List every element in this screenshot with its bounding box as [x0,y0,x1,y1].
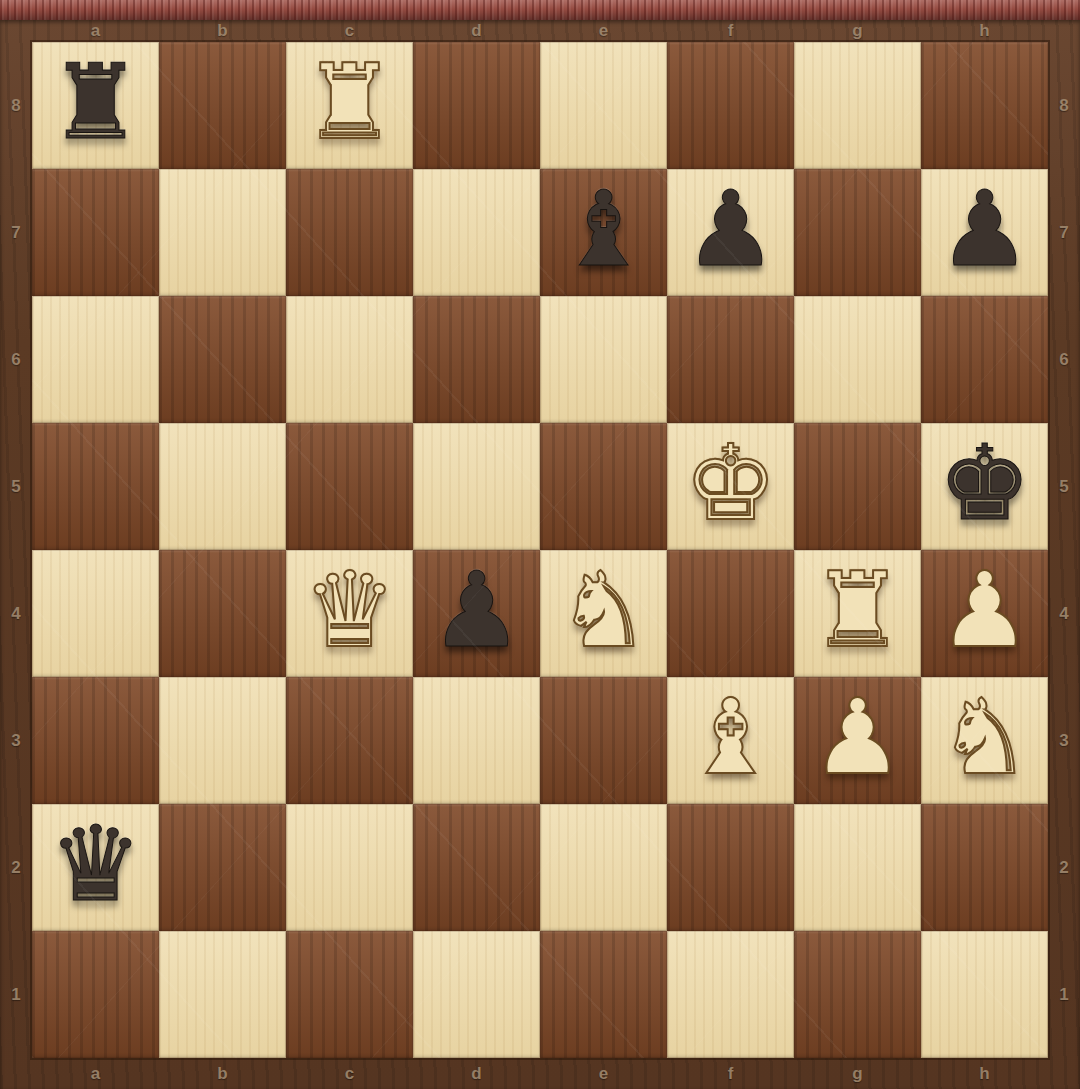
square-c1[interactable] [286,931,413,1058]
white-pawn-h4[interactable]: ♟ [938,558,1031,662]
file-label-b: b [159,20,286,42]
square-c8[interactable]: ♜ [286,42,413,169]
square-a4[interactable] [32,550,159,677]
file-labels-top: abcdefgh [32,20,1048,42]
square-h2[interactable] [921,804,1048,931]
square-h3[interactable]: ♞ [921,677,1048,804]
black-pawn-f7[interactable]: ♟ [684,177,777,281]
square-c4[interactable]: ♛ [286,550,413,677]
square-c7[interactable] [286,169,413,296]
white-rook-g4[interactable]: ♜ [811,558,904,662]
square-b6[interactable] [159,296,286,423]
file-label-h: h [921,20,1048,42]
square-b3[interactable] [159,677,286,804]
square-c6[interactable] [286,296,413,423]
square-d1[interactable] [413,931,540,1058]
square-e5[interactable] [540,423,667,550]
square-g6[interactable] [794,296,921,423]
file-label-c: c [286,1058,413,1089]
square-b2[interactable] [159,804,286,931]
square-g2[interactable] [794,804,921,931]
square-a7[interactable] [32,169,159,296]
square-b5[interactable] [159,423,286,550]
rank-label-3: 3 [0,677,32,804]
square-f7[interactable]: ♟ [667,169,794,296]
square-a6[interactable] [32,296,159,423]
file-label-f: f [667,20,794,42]
square-a3[interactable] [32,677,159,804]
square-g3[interactable]: ♟ [794,677,921,804]
file-label-g: g [794,1058,921,1089]
square-d6[interactable] [413,296,540,423]
file-label-e: e [540,20,667,42]
black-king-h5[interactable]: ♚ [938,431,1031,535]
file-label-g: g [794,20,921,42]
square-a1[interactable] [32,931,159,1058]
square-d2[interactable] [413,804,540,931]
board-squares: ♜♜♝♟♟♚♚♛♟♞♜♟♝♟♞♛ [32,42,1048,1058]
square-g4[interactable]: ♜ [794,550,921,677]
rank-label-2: 2 [0,804,32,931]
rank-label-4: 4 [0,550,32,677]
file-labels-bottom: abcdefgh [32,1058,1048,1089]
rank-label-5: 5 [1048,423,1080,550]
black-queen-a2[interactable]: ♛ [49,812,142,916]
square-e1[interactable] [540,931,667,1058]
square-c5[interactable] [286,423,413,550]
square-f3[interactable]: ♝ [667,677,794,804]
square-f4[interactable] [667,550,794,677]
file-label-h: h [921,1058,1048,1089]
square-f5[interactable]: ♚ [667,423,794,550]
white-pawn-g3[interactable]: ♟ [811,685,904,789]
square-e4[interactable]: ♞ [540,550,667,677]
file-label-f: f [667,1058,794,1089]
square-f2[interactable] [667,804,794,931]
square-b1[interactable] [159,931,286,1058]
white-knight-h3[interactable]: ♞ [938,685,1031,789]
file-label-c: c [286,20,413,42]
black-pawn-h7[interactable]: ♟ [938,177,1031,281]
fabric-top-strip [0,0,1080,20]
rank-label-7: 7 [1048,169,1080,296]
rank-label-1: 1 [0,931,32,1058]
rank-labels-left: 87654321 [0,42,32,1058]
rank-label-4: 4 [1048,550,1080,677]
square-b8[interactable] [159,42,286,169]
square-g7[interactable] [794,169,921,296]
white-bishop-f3[interactable]: ♝ [684,685,777,789]
square-h4[interactable]: ♟ [921,550,1048,677]
white-rook-c8[interactable]: ♜ [303,50,396,154]
file-label-d: d [413,20,540,42]
square-d7[interactable] [413,169,540,296]
square-d5[interactable] [413,423,540,550]
rank-label-3: 3 [1048,677,1080,804]
square-h5[interactable]: ♚ [921,423,1048,550]
black-pawn-d4[interactable]: ♟ [430,558,523,662]
square-f6[interactable] [667,296,794,423]
rank-label-5: 5 [0,423,32,550]
rank-label-7: 7 [0,169,32,296]
white-king-f5[interactable]: ♚ [684,431,777,535]
square-g1[interactable] [794,931,921,1058]
file-label-a: a [32,20,159,42]
square-d4[interactable]: ♟ [413,550,540,677]
chess-app: abcdefgh 87654321 87654321 abcdefgh ♜♜♝♟… [0,0,1080,1089]
rank-label-8: 8 [0,42,32,169]
rank-label-8: 8 [1048,42,1080,169]
file-label-a: a [32,1058,159,1089]
white-knight-e4[interactable]: ♞ [557,558,650,662]
square-g8[interactable] [794,42,921,169]
file-label-d: d [413,1058,540,1089]
square-h1[interactable] [921,931,1048,1058]
square-g5[interactable] [794,423,921,550]
rank-labels-right: 87654321 [1048,42,1080,1058]
rank-label-1: 1 [1048,931,1080,1058]
square-e7[interactable]: ♝ [540,169,667,296]
square-f1[interactable] [667,931,794,1058]
rank-label-6: 6 [0,296,32,423]
rank-label-6: 6 [1048,296,1080,423]
square-e6[interactable] [540,296,667,423]
square-h7[interactable]: ♟ [921,169,1048,296]
white-queen-c4[interactable]: ♛ [303,558,396,662]
rank-label-2: 2 [1048,804,1080,931]
square-d8[interactable] [413,42,540,169]
square-b7[interactable] [159,169,286,296]
square-e8[interactable] [540,42,667,169]
square-h6[interactable] [921,296,1048,423]
square-a5[interactable] [32,423,159,550]
square-f8[interactable] [667,42,794,169]
file-label-b: b [159,1058,286,1089]
square-a8[interactable]: ♜ [32,42,159,169]
square-d3[interactable] [413,677,540,804]
square-b4[interactable] [159,550,286,677]
square-e2[interactable] [540,804,667,931]
square-h8[interactable] [921,42,1048,169]
square-a2[interactable]: ♛ [32,804,159,931]
black-bishop-e7[interactable]: ♝ [557,177,650,281]
square-c2[interactable] [286,804,413,931]
square-e3[interactable] [540,677,667,804]
file-label-e: e [540,1058,667,1089]
square-c3[interactable] [286,677,413,804]
black-rook-a8[interactable]: ♜ [49,50,142,154]
